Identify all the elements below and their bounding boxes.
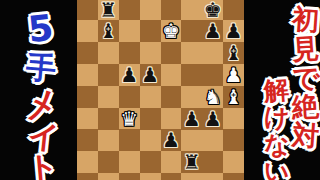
board-cell <box>202 64 223 86</box>
board-cell <box>77 20 98 42</box>
board-cell <box>140 0 161 20</box>
board-cell <box>140 42 161 64</box>
board-cell <box>77 130 98 152</box>
board-cell <box>181 151 202 173</box>
board-cell <box>77 0 98 20</box>
board-cell <box>77 108 98 130</box>
board-cell <box>223 108 244 130</box>
board-cell <box>119 0 140 20</box>
board-cell <box>181 20 202 42</box>
board-cell <box>161 0 182 20</box>
board-cell <box>98 130 119 152</box>
board-cell <box>161 42 182 64</box>
board-cell <box>223 64 244 86</box>
board-cell <box>140 151 161 173</box>
board-cell <box>202 130 223 152</box>
left-caption-char: ト <box>25 146 60 180</box>
board-cell <box>98 86 119 108</box>
board-cell <box>161 173 182 180</box>
board-cell <box>77 64 98 86</box>
board-cell <box>98 151 119 173</box>
board-cell <box>119 130 140 152</box>
board-cell <box>161 151 182 173</box>
left-caption-char: 5 <box>26 7 55 50</box>
board-cell <box>98 108 119 130</box>
board-cell <box>181 0 202 20</box>
board-cell <box>181 64 202 86</box>
board-cell <box>202 108 223 130</box>
board-cell <box>181 130 202 152</box>
board-cell <box>161 130 182 152</box>
board-cell <box>161 108 182 130</box>
board-cell <box>202 42 223 64</box>
board-cell <box>119 151 140 173</box>
board-cell <box>161 64 182 86</box>
board-cell <box>77 42 98 64</box>
board-cell <box>181 173 202 180</box>
board-cell <box>98 42 119 64</box>
board-cell <box>77 151 98 173</box>
board-cell <box>119 64 140 86</box>
board-cell <box>119 42 140 64</box>
board-cell <box>140 130 161 152</box>
board-cell <box>140 20 161 42</box>
board-cell <box>202 173 223 180</box>
board-cell <box>223 86 244 108</box>
board-cell <box>140 108 161 130</box>
board-cell <box>223 130 244 152</box>
board-cell <box>223 0 244 20</box>
board-cell <box>223 42 244 64</box>
board-cell <box>77 173 98 180</box>
right-caption-char: 対 <box>291 117 320 155</box>
board-cell <box>77 86 98 108</box>
board-cell <box>181 108 202 130</box>
board-cell <box>161 20 182 42</box>
board-cell <box>98 173 119 180</box>
board-cell <box>181 86 202 108</box>
board-cell <box>181 42 202 64</box>
board-cell <box>161 86 182 108</box>
board-cell <box>140 86 161 108</box>
board-cell <box>202 151 223 173</box>
board-cell <box>98 64 119 86</box>
chess-board: ♜♚♝♚♟♟♝♟♟♟♞♝♛♟♟♟♜ <box>77 0 244 180</box>
board-cell <box>223 173 244 180</box>
board-cell <box>98 20 119 42</box>
board-cell <box>98 0 119 20</box>
board-cell <box>202 20 223 42</box>
board-cell <box>140 173 161 180</box>
board-cell <box>202 86 223 108</box>
board-cell <box>119 173 140 180</box>
board-cell <box>223 20 244 42</box>
board-cell <box>119 86 140 108</box>
board-cell <box>119 20 140 42</box>
board-cell <box>140 64 161 86</box>
board-cell <box>119 108 140 130</box>
board-cell <box>223 151 244 173</box>
board-cell <box>202 0 223 20</box>
right-caption-char: い <box>263 154 290 180</box>
